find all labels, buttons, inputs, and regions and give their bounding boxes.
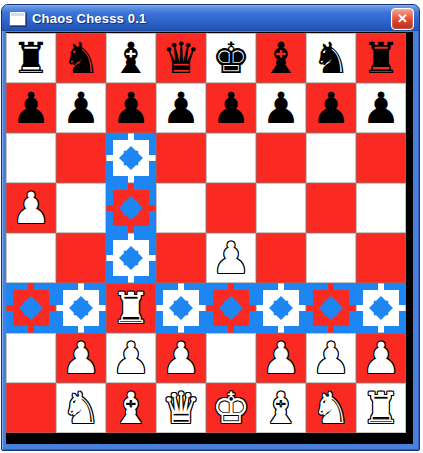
white-bishop[interactable]: ♝	[106, 383, 156, 433]
square-h4[interactable]	[356, 233, 406, 283]
square-d5[interactable]	[156, 183, 206, 233]
square-e1[interactable]: ♚	[206, 383, 256, 433]
black-knight[interactable]: ♞	[306, 33, 356, 83]
square-g2[interactable]: ♟	[306, 333, 356, 383]
black-queen[interactable]: ♛	[156, 33, 206, 83]
black-rook[interactable]: ♜	[6, 33, 56, 83]
square-e8[interactable]: ♚	[206, 33, 256, 83]
square-d8[interactable]: ♛	[156, 33, 206, 83]
square-h6[interactable]	[356, 133, 406, 183]
app-icon	[9, 11, 26, 26]
square-c7[interactable]: ♟	[106, 83, 156, 133]
black-pawn[interactable]: ♟	[256, 83, 306, 133]
square-h5[interactable]	[356, 183, 406, 233]
square-a2[interactable]	[6, 333, 56, 383]
square-h8[interactable]: ♜	[356, 33, 406, 83]
square-g1[interactable]: ♞	[306, 383, 356, 433]
square-c6[interactable]	[106, 133, 156, 183]
square-f5[interactable]	[256, 183, 306, 233]
square-a3[interactable]	[6, 283, 56, 333]
black-king[interactable]: ♚	[206, 33, 256, 83]
white-king[interactable]: ♚	[206, 383, 256, 433]
square-a1[interactable]	[6, 383, 56, 433]
close-button[interactable]: ✕	[391, 8, 414, 30]
white-pawn[interactable]: ♟	[356, 333, 406, 383]
square-f1[interactable]: ♝	[256, 383, 306, 433]
square-c4[interactable]	[106, 233, 156, 283]
chess-board: ♜♞♝♛♚♝♞♜♟♟♟♟♟♟♟♟♟♟♜♟♟♟♟♟♟♞♝♛♚♝♞♜	[6, 33, 406, 433]
white-rook[interactable]: ♜	[356, 383, 406, 433]
black-pawn[interactable]: ♟	[6, 83, 56, 133]
square-f7[interactable]: ♟	[256, 83, 306, 133]
square-c5[interactable]	[106, 183, 156, 233]
black-pawn[interactable]: ♟	[56, 83, 106, 133]
black-pawn[interactable]: ♟	[356, 83, 406, 133]
square-e3[interactable]	[206, 283, 256, 333]
square-a6[interactable]	[6, 133, 56, 183]
square-b1[interactable]: ♞	[56, 383, 106, 433]
white-knight[interactable]: ♞	[56, 383, 106, 433]
square-e7[interactable]: ♟	[206, 83, 256, 133]
square-f3[interactable]	[256, 283, 306, 333]
white-bishop[interactable]: ♝	[256, 383, 306, 433]
title-bar[interactable]: Chaos Chesss 0.1 ✕	[2, 5, 419, 31]
square-f2[interactable]: ♟	[256, 333, 306, 383]
black-bishop[interactable]: ♝	[106, 33, 156, 83]
square-g6[interactable]	[306, 133, 356, 183]
square-d6[interactable]	[156, 133, 206, 183]
white-pawn[interactable]: ♟	[306, 333, 356, 383]
white-pawn[interactable]: ♟	[56, 333, 106, 383]
white-queen[interactable]: ♛	[156, 383, 206, 433]
square-g4[interactable]	[306, 233, 356, 283]
black-bishop[interactable]: ♝	[256, 33, 306, 83]
square-b2[interactable]: ♟	[56, 333, 106, 383]
square-h7[interactable]: ♟	[356, 83, 406, 133]
black-knight[interactable]: ♞	[56, 33, 106, 83]
square-g3[interactable]	[306, 283, 356, 333]
square-c3[interactable]: ♜	[106, 283, 156, 333]
square-b5[interactable]	[56, 183, 106, 233]
square-d2[interactable]: ♟	[156, 333, 206, 383]
white-pawn[interactable]: ♟	[106, 333, 156, 383]
square-b3[interactable]	[56, 283, 106, 333]
square-h3[interactable]	[356, 283, 406, 333]
square-b8[interactable]: ♞	[56, 33, 106, 83]
black-pawn[interactable]: ♟	[306, 83, 356, 133]
square-e5[interactable]	[206, 183, 256, 233]
square-d4[interactable]	[156, 233, 206, 283]
square-g8[interactable]: ♞	[306, 33, 356, 83]
app-window: Chaos Chesss 0.1 ✕ ♜♞♝♛♚♝♞♜♟♟♟♟♟♟♟♟♟♟♜♟♟…	[1, 4, 420, 451]
square-d1[interactable]: ♛	[156, 383, 206, 433]
square-d7[interactable]: ♟	[156, 83, 206, 133]
square-a5[interactable]: ♟	[6, 183, 56, 233]
square-b7[interactable]: ♟	[56, 83, 106, 133]
square-a7[interactable]: ♟	[6, 83, 56, 133]
white-pawn[interactable]: ♟	[256, 333, 306, 383]
white-pawn[interactable]: ♟	[156, 333, 206, 383]
window-title: Chaos Chesss 0.1	[32, 11, 146, 26]
square-g7[interactable]: ♟	[306, 83, 356, 133]
client-area: ♜♞♝♛♚♝♞♜♟♟♟♟♟♟♟♟♟♟♜♟♟♟♟♟♟♞♝♛♚♝♞♜	[6, 32, 413, 444]
square-c8[interactable]: ♝	[106, 33, 156, 83]
square-e2[interactable]	[206, 333, 256, 383]
white-rook[interactable]: ♜	[106, 283, 156, 333]
white-pawn[interactable]: ♟	[206, 233, 256, 283]
black-pawn[interactable]: ♟	[106, 83, 156, 133]
square-e4[interactable]: ♟	[206, 233, 256, 283]
square-g5[interactable]	[306, 183, 356, 233]
square-a8[interactable]: ♜	[6, 33, 56, 83]
black-pawn[interactable]: ♟	[206, 83, 256, 133]
square-f8[interactable]: ♝	[256, 33, 306, 83]
white-pawn[interactable]: ♟	[6, 183, 56, 233]
square-b6[interactable]	[56, 133, 106, 183]
square-e6[interactable]	[206, 133, 256, 183]
square-a4[interactable]	[6, 233, 56, 283]
square-b4[interactable]	[56, 233, 106, 283]
square-h1[interactable]: ♜	[356, 383, 406, 433]
black-rook[interactable]: ♜	[356, 33, 406, 83]
square-f6[interactable]	[256, 133, 306, 183]
square-f4[interactable]	[256, 233, 306, 283]
square-h2[interactable]: ♟	[356, 333, 406, 383]
square-c1[interactable]: ♝	[106, 383, 156, 433]
white-knight[interactable]: ♞	[306, 383, 356, 433]
square-c2[interactable]: ♟	[106, 333, 156, 383]
square-d3[interactable]	[156, 283, 206, 333]
black-pawn[interactable]: ♟	[156, 83, 206, 133]
